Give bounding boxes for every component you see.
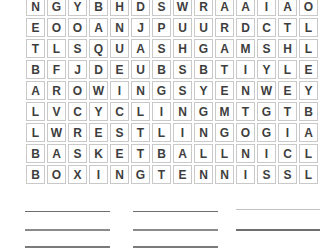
grid-cell: M — [215, 102, 234, 121]
grid-cell: L — [299, 165, 318, 184]
grid-cell: N — [110, 18, 129, 37]
answer-blank-line — [236, 229, 320, 231]
grid-cell: E — [110, 144, 129, 163]
grid-cell: U — [131, 60, 150, 79]
grid-cell: L — [47, 39, 66, 58]
grid-cell: E — [278, 81, 297, 100]
grid-cell: B — [89, 0, 108, 16]
grid-cell: T — [278, 102, 297, 121]
grid-cell: S — [257, 165, 276, 184]
grid-cell: G — [131, 165, 150, 184]
grid-cell: W — [257, 81, 276, 100]
grid-cell: C — [68, 102, 87, 121]
grid-cell: L — [215, 144, 234, 163]
grid-cell: F — [47, 60, 66, 79]
grid-cell: L — [299, 144, 318, 163]
answer-blank-line — [236, 209, 320, 210]
grid-cell: L — [152, 123, 171, 142]
grid-cell: T — [236, 102, 255, 121]
grid-cell: C — [278, 144, 297, 163]
grid-cell: L — [26, 102, 45, 121]
grid-cell: I — [89, 165, 108, 184]
grid-cell: L — [194, 144, 213, 163]
grid-cell: G — [257, 123, 276, 142]
answer-blank-line — [133, 211, 218, 212]
grid-cell: T — [215, 60, 234, 79]
grid-cell: A — [215, 0, 234, 16]
grid-cell: D — [131, 0, 150, 16]
grid-cell: R — [215, 18, 234, 37]
grid-cell: O — [68, 81, 87, 100]
grid-cell: B — [26, 165, 45, 184]
grid-cell: L — [299, 39, 318, 58]
grid-cell: I — [257, 144, 276, 163]
grid-cell: B — [26, 144, 45, 163]
grid-cell: Y — [89, 102, 108, 121]
grid-cell: J — [68, 60, 87, 79]
grid-cell: A — [236, 0, 255, 16]
grid-cell: G — [152, 81, 171, 100]
grid-cell: H — [278, 39, 297, 58]
grid-cell: B — [194, 60, 213, 79]
grid-cell: I — [236, 60, 255, 79]
grid-cell: S — [110, 123, 129, 142]
grid-cell: E — [110, 60, 129, 79]
grid-cell: U — [194, 18, 213, 37]
grid-cell: A — [299, 123, 318, 142]
grid-cell: Y — [257, 60, 276, 79]
grid-cell: B — [152, 144, 171, 163]
grid-cell: G — [194, 39, 213, 58]
grid-cell: I — [152, 102, 171, 121]
grid-cell: B — [299, 102, 318, 121]
grid-cell: E — [299, 60, 318, 79]
grid-cell: N — [110, 165, 129, 184]
grid-cell: U — [173, 18, 192, 37]
grid-cell: T — [131, 123, 150, 142]
grid-cell: L — [278, 60, 297, 79]
grid-cell: S — [152, 39, 171, 58]
word-search-worksheet: NGYBHDSWRAAIAOEOOANJPUURDCTLTLSQUASHGAMS… — [0, 0, 336, 252]
grid-cell: E — [215, 81, 234, 100]
grid-cell: K — [89, 144, 108, 163]
answer-blank-line — [133, 246, 218, 248]
grid-cell: W — [173, 0, 192, 16]
grid-cell: I — [110, 81, 129, 100]
grid-cell: A — [89, 18, 108, 37]
grid-cell: O — [299, 0, 318, 16]
grid-cell: O — [68, 18, 87, 37]
grid-cell: Y — [299, 81, 318, 100]
answer-blank-line — [25, 211, 110, 212]
grid-cell: R — [47, 81, 66, 100]
grid-cell: G — [47, 0, 66, 16]
grid-cell: I — [173, 123, 192, 142]
grid-cell: S — [68, 39, 87, 58]
grid-cell: M — [236, 39, 255, 58]
grid-cell: A — [215, 39, 234, 58]
grid-cell: V — [47, 102, 66, 121]
grid-cell: N — [194, 165, 213, 184]
grid-cell: A — [173, 144, 192, 163]
grid-cell: I — [236, 165, 255, 184]
grid-cell: G — [215, 123, 234, 142]
grid-cell: D — [89, 60, 108, 79]
grid-cell: S — [152, 0, 171, 16]
grid-cell: S — [68, 144, 87, 163]
grid-cell: T — [26, 39, 45, 58]
grid-cell: R — [68, 123, 87, 142]
grid-cell: A — [47, 144, 66, 163]
grid-cell: X — [68, 165, 87, 184]
grid-cell: N — [131, 81, 150, 100]
grid-cell: D — [236, 18, 255, 37]
grid-cell: A — [26, 81, 45, 100]
grid-cell: L — [131, 102, 150, 121]
grid-cell: S — [257, 39, 276, 58]
grid-cell: T — [278, 18, 297, 37]
grid-cell: G — [194, 102, 213, 121]
grid-cell: E — [26, 18, 45, 37]
grid-cell: I — [257, 0, 276, 16]
grid-cell: A — [131, 39, 150, 58]
grid-cell: B — [26, 60, 45, 79]
grid-cell: C — [257, 18, 276, 37]
grid-cell: N — [215, 165, 234, 184]
grid-cell: N — [236, 144, 255, 163]
grid-cell: A — [278, 0, 297, 16]
answer-blank-line — [25, 229, 110, 231]
answer-blank-line — [25, 246, 110, 248]
grid-cell: Y — [68, 0, 87, 16]
grid-cell: W — [89, 81, 108, 100]
grid-cell: S — [173, 60, 192, 79]
grid-cell: I — [278, 123, 297, 142]
grid-cell: T — [131, 144, 150, 163]
grid-cell: O — [47, 18, 66, 37]
grid-cell: Q — [89, 39, 108, 58]
grid-cell: N — [236, 81, 255, 100]
grid-cell: L — [26, 123, 45, 142]
grid-cell: O — [47, 165, 66, 184]
grid-cell: E — [173, 165, 192, 184]
grid-cell: G — [257, 102, 276, 121]
grid-cell: U — [110, 39, 129, 58]
grid-cell: Y — [194, 81, 213, 100]
grid-cell: P — [152, 18, 171, 37]
grid-cell: S — [173, 81, 192, 100]
grid-cell: O — [236, 123, 255, 142]
grid-cell: N — [173, 102, 192, 121]
grid-cell: C — [110, 102, 129, 121]
answer-blank-line — [133, 229, 218, 231]
grid-cell: N — [194, 123, 213, 142]
grid-cell: R — [194, 0, 213, 16]
grid-cell: E — [89, 123, 108, 142]
grid-cell: S — [278, 165, 297, 184]
word-search-grid: NGYBHDSWRAAIAOEOOANJPUURDCTLTLSQUASHGAMS… — [25, 0, 319, 185]
grid-cell: H — [173, 39, 192, 58]
grid-cell: H — [110, 0, 129, 16]
grid-cell: T — [152, 165, 171, 184]
grid-cell: W — [47, 123, 66, 142]
grid-cell: L — [299, 18, 318, 37]
grid-cell: B — [152, 60, 171, 79]
grid-cell: J — [131, 18, 150, 37]
grid-cell: N — [26, 0, 45, 16]
